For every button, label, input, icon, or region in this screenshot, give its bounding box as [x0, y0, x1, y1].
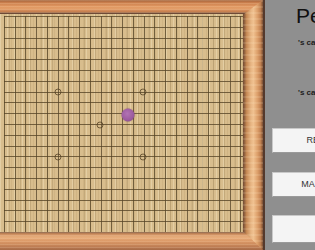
quit-button[interactable]: QUIT — [272, 215, 315, 243]
board-frame-bottom — [0, 232, 263, 250]
board-frame-top — [0, 0, 263, 14]
board-frame-right — [243, 0, 263, 250]
star-point-marker — [54, 154, 61, 161]
restart-button[interactable]: RESTART — [272, 128, 315, 153]
sidebar-panel: Pente 's captures 's captures RESTART MA… — [263, 0, 315, 250]
main-menu-button[interactable]: MAIN MENU — [272, 172, 315, 197]
board-grid-lines — [4, 16, 244, 233]
player1-captures-label: 's captures — [298, 38, 315, 47]
star-point-marker — [140, 154, 147, 161]
pente-game-window: Pente 's captures 's captures RESTART MA… — [0, 0, 315, 250]
game-board[interactable] — [0, 13, 243, 233]
player2-captures-label: 's captures — [298, 88, 315, 97]
star-point-marker — [54, 89, 61, 96]
game-title: Pente — [296, 4, 315, 28]
purple-stone — [122, 108, 135, 121]
star-point-marker — [140, 89, 147, 96]
star-point-marker — [97, 121, 104, 128]
